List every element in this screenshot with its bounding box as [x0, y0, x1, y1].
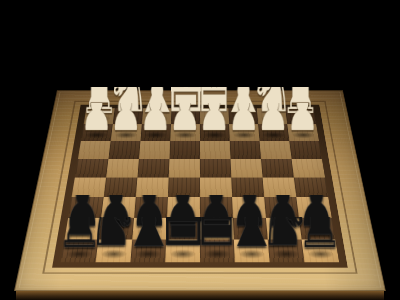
- square-a8[interactable]: [302, 240, 340, 263]
- square-g8[interactable]: [96, 240, 133, 263]
- square-f2[interactable]: [140, 124, 170, 141]
- square-b8[interactable]: [268, 240, 305, 263]
- square-d5[interactable]: [200, 178, 232, 198]
- square-d2[interactable]: [200, 124, 230, 141]
- square-f5[interactable]: [136, 178, 169, 198]
- square-a4[interactable]: [292, 159, 326, 178]
- square-a1[interactable]: [285, 108, 316, 124]
- square-c4[interactable]: [231, 159, 263, 178]
- square-e4[interactable]: [169, 159, 200, 178]
- square-f8[interactable]: [130, 240, 166, 263]
- square-h8[interactable]: [61, 240, 99, 263]
- square-a6[interactable]: [296, 197, 332, 218]
- square-e8[interactable]: [165, 240, 200, 263]
- square-g2[interactable]: [111, 124, 142, 141]
- square-g4[interactable]: [106, 159, 139, 178]
- square-g1[interactable]: [113, 108, 143, 124]
- square-c5[interactable]: [231, 178, 264, 198]
- square-g3[interactable]: [108, 141, 140, 159]
- square-f6[interactable]: [134, 197, 168, 218]
- square-h4[interactable]: [75, 159, 109, 178]
- square-h1[interactable]: [84, 108, 115, 124]
- square-d3[interactable]: [200, 141, 231, 159]
- square-c8[interactable]: [234, 240, 270, 263]
- square-b6[interactable]: [264, 197, 299, 218]
- square-d8[interactable]: [200, 240, 235, 263]
- square-a2[interactable]: [287, 124, 319, 141]
- square-a7[interactable]: [299, 218, 336, 240]
- square-a5[interactable]: [294, 178, 329, 198]
- square-f3[interactable]: [139, 141, 170, 159]
- square-h3[interactable]: [78, 141, 111, 159]
- square-c3[interactable]: [230, 141, 261, 159]
- chess-board: ♜♞♝♚♛♝♞♜♟♟♟♟♟♟♟♟♟♟♟♟♟♟♟♟♜♞♝♚♛♝♞♜: [14, 90, 386, 291]
- square-h2[interactable]: [81, 124, 113, 141]
- square-a3[interactable]: [289, 141, 322, 159]
- square-h7[interactable]: [65, 218, 102, 240]
- chess-photo-scene: ♜♞♝♚♛♝♞♜♟♟♟♟♟♟♟♟♟♟♟♟♟♟♟♟♜♞♝♚♛♝♞♜: [0, 0, 400, 300]
- square-d1[interactable]: [200, 108, 229, 124]
- squares-grid: [61, 108, 340, 262]
- square-f4[interactable]: [137, 159, 169, 178]
- square-g6[interactable]: [101, 197, 136, 218]
- square-c2[interactable]: [229, 124, 259, 141]
- square-c7[interactable]: [233, 218, 268, 240]
- square-e2[interactable]: [170, 124, 200, 141]
- square-b4[interactable]: [261, 159, 294, 178]
- square-h5[interactable]: [72, 178, 107, 198]
- square-g7[interactable]: [98, 218, 134, 240]
- square-e5[interactable]: [168, 178, 200, 198]
- square-e6[interactable]: [167, 197, 200, 218]
- board-front-edge: [16, 291, 384, 300]
- square-e3[interactable]: [169, 141, 200, 159]
- square-d6[interactable]: [200, 197, 233, 218]
- square-e1[interactable]: [171, 108, 200, 124]
- square-f7[interactable]: [132, 218, 167, 240]
- square-c6[interactable]: [232, 197, 266, 218]
- square-d7[interactable]: [200, 218, 234, 240]
- square-c1[interactable]: [228, 108, 258, 124]
- square-d4[interactable]: [200, 159, 231, 178]
- square-b5[interactable]: [263, 178, 297, 198]
- square-f1[interactable]: [142, 108, 172, 124]
- square-g5[interactable]: [104, 178, 138, 198]
- square-e7[interactable]: [166, 218, 200, 240]
- square-b1[interactable]: [257, 108, 287, 124]
- square-h6[interactable]: [68, 197, 104, 218]
- square-b2[interactable]: [258, 124, 289, 141]
- square-b3[interactable]: [260, 141, 292, 159]
- square-b7[interactable]: [266, 218, 302, 240]
